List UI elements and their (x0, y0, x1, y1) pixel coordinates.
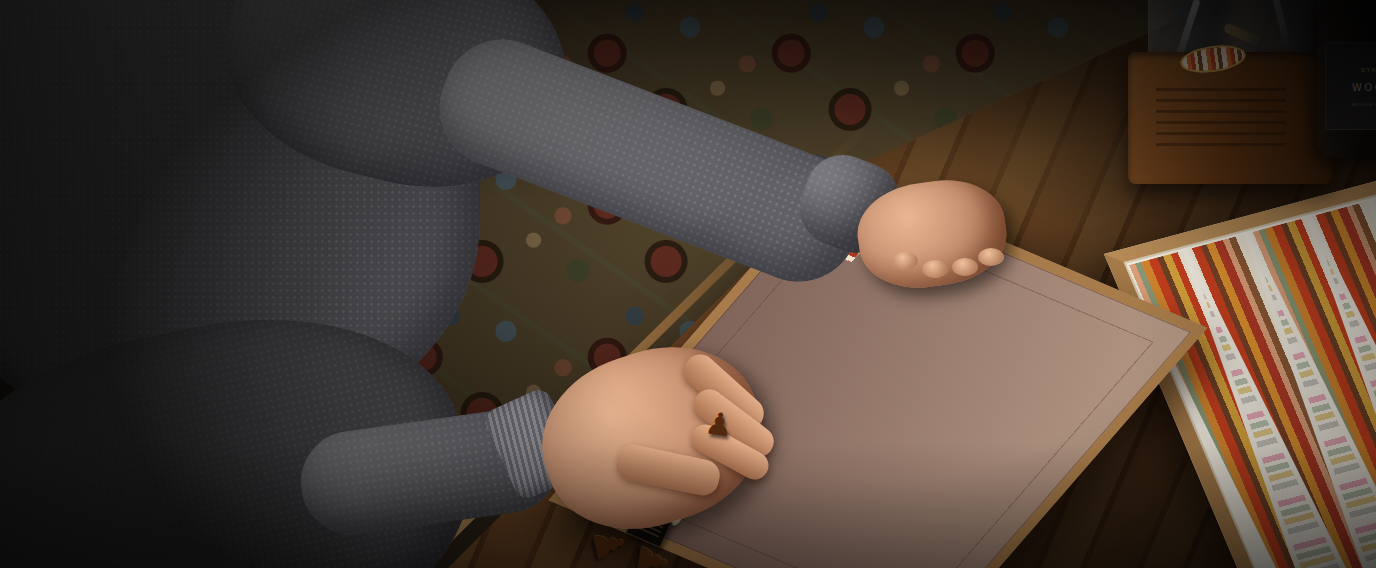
leather-sleeve (1128, 52, 1333, 184)
knuckle (952, 258, 978, 276)
knuckle (922, 260, 948, 278)
piece-black-pawn[interactable]: ♟ (703, 404, 736, 444)
scene: BYREDO WOODS BOUGIE PARFUMÉE ♜♝♟♞♟♟♚♜♟♟♟… (0, 0, 1376, 568)
whisky-decanter (1128, 0, 1343, 205)
knuckle (892, 252, 918, 270)
embossed-monogram (1156, 88, 1286, 152)
scented-candle: BYREDO WOODS BOUGIE PARFUMÉE (1318, 0, 1376, 158)
candle-subtitle: BOUGIE PARFUMÉE (1326, 102, 1376, 107)
candle-name: WOODS (1326, 82, 1376, 93)
knuckle (978, 248, 1004, 266)
candle-brand: BYREDO (1326, 66, 1376, 73)
candle-label: BYREDO WOODS BOUGIE PARFUMÉE (1325, 42, 1376, 130)
